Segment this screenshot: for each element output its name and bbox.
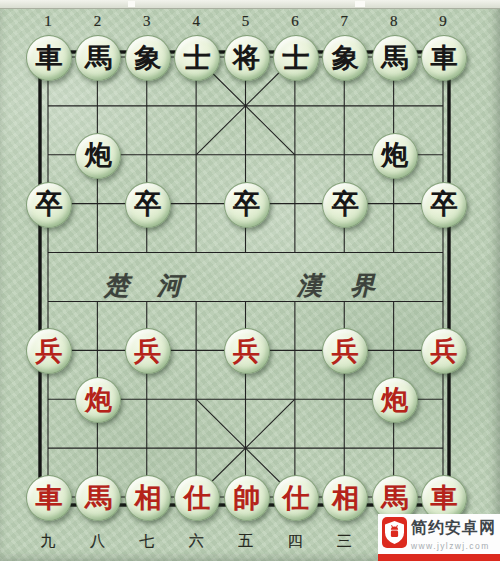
piece-red-advisor[interactable]: 仕: [174, 475, 220, 521]
file-label-top-2: 2: [85, 13, 109, 30]
piece-black-cannon[interactable]: 炮: [372, 133, 418, 179]
river-label-right: 漢界: [297, 269, 403, 302]
piece-red-general[interactable]: 帥: [224, 475, 270, 521]
piece-black-soldier[interactable]: 卒: [322, 182, 368, 228]
piece-red-chariot[interactable]: 車: [26, 475, 72, 521]
file-label-top-1: 1: [36, 13, 60, 30]
file-label-top-5: 5: [234, 13, 258, 30]
file-label-bottom-6: 四: [283, 532, 307, 551]
piece-black-soldier[interactable]: 卒: [224, 182, 270, 228]
watermark-url: www.jylzwj.com: [411, 541, 496, 551]
piece-red-cannon[interactable]: 炮: [372, 377, 418, 423]
piece-red-soldier[interactable]: 兵: [421, 328, 467, 374]
xiangqi-app-screenshot: 123456789 九八七六五四三二一 楚河 漢界 車馬象士将士象馬車炮炮卒卒卒…: [0, 0, 500, 561]
file-label-top-9: 9: [431, 13, 455, 30]
piece-black-chariot[interactable]: 車: [26, 35, 72, 81]
piece-black-elephant[interactable]: 象: [125, 35, 171, 81]
top-strip-notch: [128, 1, 135, 7]
piece-black-elephant[interactable]: 象: [322, 35, 368, 81]
file-label-bottom-3: 七: [135, 532, 159, 551]
piece-black-general[interactable]: 将: [224, 35, 270, 81]
piece-red-soldier[interactable]: 兵: [125, 328, 171, 374]
piece-red-advisor[interactable]: 仕: [273, 475, 319, 521]
file-label-bottom-2: 八: [85, 532, 109, 551]
window-top-strip: [0, 0, 500, 9]
file-label-top-7: 7: [332, 13, 356, 30]
piece-black-chariot[interactable]: 車: [421, 35, 467, 81]
piece-red-soldier[interactable]: 兵: [26, 328, 72, 374]
piece-red-soldier[interactable]: 兵: [224, 328, 270, 374]
top-strip-notch: [355, 1, 365, 7]
file-label-top-3: 3: [135, 13, 159, 30]
piece-black-soldier[interactable]: 卒: [125, 182, 171, 228]
file-label-bottom-5: 五: [234, 532, 258, 551]
piece-black-cannon[interactable]: 炮: [75, 133, 121, 179]
watermark-title: 简约安卓网: [411, 518, 496, 539]
piece-black-advisor[interactable]: 士: [174, 35, 220, 81]
file-label-bottom-7: 三: [332, 532, 356, 551]
piece-black-soldier[interactable]: 卒: [421, 182, 467, 228]
piece-red-elephant[interactable]: 相: [322, 475, 368, 521]
watermark-badge: 简约安卓网 www.jylzwj.com: [378, 514, 500, 561]
piece-black-horse[interactable]: 馬: [372, 35, 418, 81]
file-label-top-6: 6: [283, 13, 307, 30]
watermark-red-strip: [378, 554, 500, 561]
file-label-top-8: 8: [382, 13, 406, 30]
piece-red-elephant[interactable]: 相: [125, 475, 171, 521]
piece-black-soldier[interactable]: 卒: [26, 182, 72, 228]
file-label-bottom-4: 六: [184, 532, 208, 551]
piece-black-advisor[interactable]: 士: [273, 35, 319, 81]
file-label-bottom-1: 九: [36, 532, 60, 551]
river-label-left: 楚河: [104, 269, 210, 302]
android-logo-icon: [382, 517, 407, 548]
file-label-top-4: 4: [184, 13, 208, 30]
